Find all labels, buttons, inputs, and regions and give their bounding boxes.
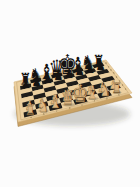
piece-black-pawn-c7: ♟ [43, 70, 53, 87]
piece-black-pawn-e7: ♟ [64, 64, 74, 81]
product-photo: abcdefgh12345678♜♞♝♛♚♝♞♜♟♟♟♟♟♟♟♟♟♟♟♟♟♟♟♟… [0, 0, 140, 187]
piece-white-rook-a1: ♜ [25, 101, 35, 118]
piece-black-pawn-f7: ♟ [75, 62, 85, 79]
piece-black-pawn-d7: ♟ [53, 67, 63, 84]
piece-black-pawn-a7: ♟ [21, 75, 31, 92]
piece-white-bishop-f1: ♝ [86, 81, 99, 103]
piece-white-knight-b1: ♞ [37, 96, 49, 116]
piece-white-rook-h1: ♜ [111, 80, 121, 97]
chess-set-photo: abcdefgh12345678♜♞♝♛♚♝♞♜♟♟♟♟♟♟♟♟♟♟♟♟♟♟♟♟… [0, 0, 140, 187]
piece-black-pawn-b7: ♟ [32, 72, 42, 89]
piece-black-pawn-g7: ♟ [85, 59, 95, 76]
piece-white-knight-g1: ♞ [99, 80, 111, 100]
piece-black-pawn-h7: ♟ [96, 57, 106, 74]
